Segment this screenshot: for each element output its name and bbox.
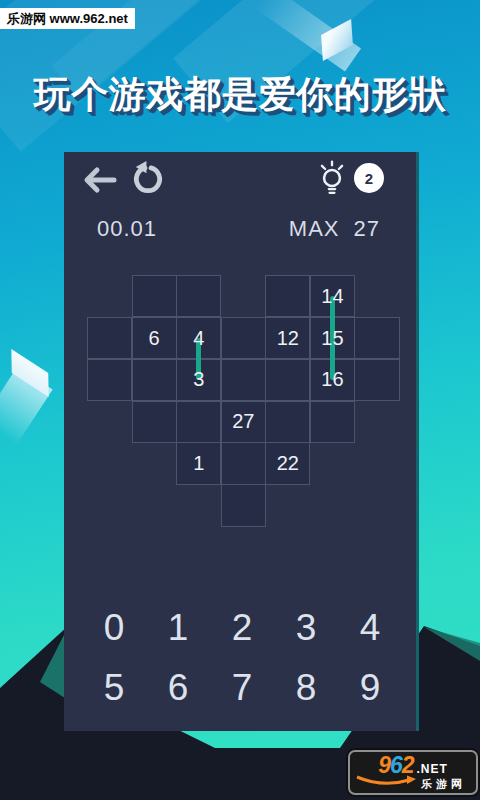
keypad-key-9[interactable]: 9 — [338, 658, 402, 718]
page-title: 玩个游戏都是爱你的形狀 — [0, 70, 480, 120]
cell-number: 27 — [222, 402, 265, 442]
board-cell-r3c2[interactable] — [132, 359, 177, 401]
keypad-key-5[interactable]: 5 — [82, 658, 146, 718]
board-cell-r2c1[interactable] — [87, 317, 132, 359]
board-cell-r4c4[interactable]: 27 — [221, 401, 266, 443]
board-cell-r1c2[interactable] — [132, 275, 177, 317]
game-panel: 2 00.01 MAX27 1464121531627122 012345678… — [64, 152, 416, 731]
board-cell-r2c4[interactable] — [221, 317, 266, 359]
light-bulb-icon — [316, 160, 348, 196]
watermark-net: .NET — [417, 762, 448, 776]
board-cell-r1c3[interactable] — [176, 275, 221, 317]
board-cell-r4c3[interactable] — [176, 401, 221, 443]
max-score: MAX27 — [289, 216, 380, 242]
board-cell-r4c2[interactable] — [132, 401, 177, 443]
keypad-key-2[interactable]: 2 — [210, 598, 274, 658]
board-cell-r5c5[interactable]: 22 — [265, 442, 310, 484]
board-cell-r2c6[interactable]: 15 — [310, 317, 355, 359]
board-cell-r4c6[interactable] — [310, 401, 355, 443]
board-cell-r6c4[interactable] — [221, 484, 266, 526]
board-cell-r3c6[interactable]: 16 — [310, 359, 355, 401]
panel-side-edge — [416, 152, 419, 731]
watermark-962net: 962 .NET — [350, 753, 476, 777]
keypad-key-1[interactable]: 1 — [146, 598, 210, 658]
board-cell-r3c7[interactable] — [354, 359, 399, 401]
board-cell-r2c2[interactable]: 6 — [132, 317, 177, 359]
board-cell-r3c4[interactable] — [221, 359, 266, 401]
watermark-logo: 962 .NET 乐游网 — [348, 750, 478, 795]
board-cell-r3c3[interactable]: 3 — [176, 359, 221, 401]
cell-number: 22 — [266, 443, 309, 483]
max-value: 27 — [354, 216, 380, 241]
watermark-number: 962 — [378, 753, 413, 777]
cell-number: 16 — [311, 360, 354, 400]
board-cell-r3c1[interactable] — [87, 359, 132, 401]
puzzle-board: 1464121531627122 — [87, 275, 399, 526]
board-cell-r2c7[interactable] — [354, 317, 399, 359]
board-cell-r5c4[interactable] — [221, 442, 266, 484]
keypad-key-3[interactable]: 3 — [274, 598, 338, 658]
board-cell-r1c5[interactable] — [265, 275, 310, 317]
cell-number: 15 — [311, 318, 354, 358]
hint-button[interactable] — [316, 160, 348, 196]
board-cell-r4c5[interactable] — [265, 401, 310, 443]
keypad-key-8[interactable]: 8 — [274, 658, 338, 718]
cell-number: 3 — [177, 360, 220, 400]
keypad-key-7[interactable]: 7 — [210, 658, 274, 718]
cell-number: 14 — [311, 276, 354, 316]
cell-number: 6 — [133, 318, 176, 358]
number-keypad: 0123456789 — [82, 598, 402, 718]
board-cell-r5c3[interactable]: 1 — [176, 442, 221, 484]
hint-count-badge: 2 — [354, 163, 384, 193]
keypad-key-4[interactable]: 4 — [338, 598, 402, 658]
keypad-key-6[interactable]: 6 — [146, 658, 210, 718]
timer-text: 00.01 — [97, 216, 157, 242]
board-cell-r3c5[interactable] — [265, 359, 310, 401]
board-cell-r2c3[interactable]: 4 — [176, 317, 221, 359]
arrow-left-icon — [80, 164, 118, 196]
cell-number: 4 — [177, 318, 220, 358]
max-label: MAX — [289, 216, 340, 241]
keypad-key-0[interactable]: 0 — [82, 598, 146, 658]
back-button[interactable] — [80, 164, 118, 196]
source-site-tag: 乐游网 www.962.net — [0, 8, 135, 29]
board-cell-r1c6[interactable]: 14 — [310, 275, 355, 317]
cell-number: 12 — [266, 318, 309, 358]
board-cell-r2c5[interactable]: 12 — [265, 317, 310, 359]
restart-icon — [130, 160, 166, 196]
cell-number: 1 — [177, 443, 220, 483]
restart-button[interactable] — [130, 160, 166, 196]
watermark-swoosh-icon — [355, 775, 417, 788]
